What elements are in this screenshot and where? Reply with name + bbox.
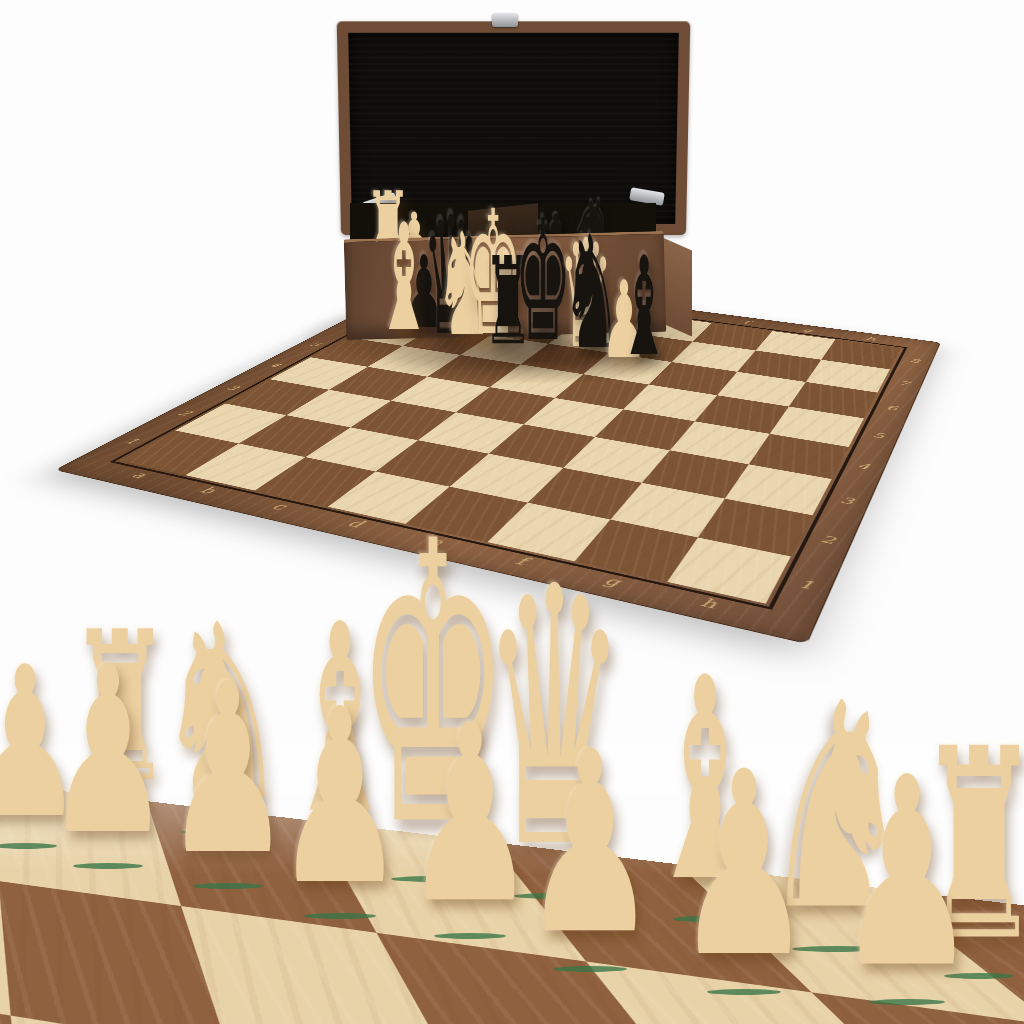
closeup-pawn-b-piece: ♟: [45, 636, 171, 867]
felt-base: [304, 913, 376, 919]
felt-base: [707, 989, 781, 995]
clasp-icon: [492, 13, 518, 27]
front-black-bishop-piece: ♝: [618, 239, 670, 375]
closeup-pawn-g-piece: ♟: [675, 739, 813, 993]
felt-base: [73, 863, 143, 869]
closeup-pawn-f-piece: ♟: [522, 719, 658, 970]
felt-base: [193, 883, 263, 889]
closeup-pawn-e-piece: ♟: [404, 693, 537, 937]
closeup-pawn-h-piece: ♟: [836, 742, 978, 1003]
felt-base: [553, 966, 627, 972]
felt-base: [434, 933, 506, 939]
closeup-pawn-c-piece: ♟: [164, 653, 291, 887]
closeup-pawn-d-piece: ♟: [275, 676, 406, 917]
product-photo: a b c d e f g h a b c d e f g h 1 2 3 4 …: [0, 0, 1024, 1024]
felt-base: [869, 999, 945, 1005]
